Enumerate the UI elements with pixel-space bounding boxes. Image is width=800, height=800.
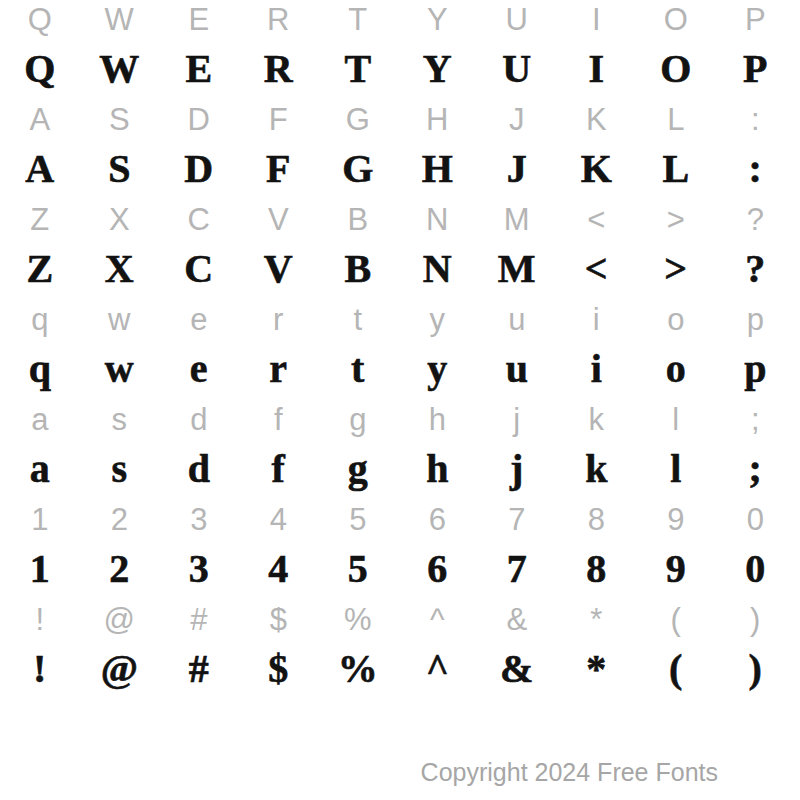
grid-cell-r5c7: M: [477, 194, 557, 244]
grid-cell-r5c10: ?: [716, 194, 796, 244]
grid-cell-r8c8: i: [557, 344, 637, 394]
grid-cell-r4c6: H: [398, 144, 478, 194]
grid-cell-r9c6: h: [398, 394, 478, 444]
grid-cell-r1c7: U: [477, 0, 557, 44]
grid-cell-r3c5: G: [318, 94, 398, 144]
grid-cell-r10c4: f: [239, 444, 319, 494]
grid-cell-r2c2: W: [80, 44, 160, 94]
grid-cell-r13c5: %: [318, 594, 398, 644]
grid-cell-r14c4: $: [239, 644, 319, 694]
grid-cell-r5c1: Z: [0, 194, 80, 244]
grid-cell-r13c3: #: [159, 594, 239, 644]
grid-cell-r3c1: A: [0, 94, 80, 144]
grid-cell-r6c8: <: [557, 244, 637, 294]
grid-cell-r4c1: A: [0, 144, 80, 194]
grid-cell-r14c1: !: [0, 644, 80, 694]
grid-cell-r9c8: k: [557, 394, 637, 444]
grid-cell-r6c6: N: [398, 244, 478, 294]
grid-cell-r5c6: N: [398, 194, 478, 244]
grid-cell-r11c8: 8: [557, 494, 637, 544]
grid-cell-r8c6: y: [398, 344, 478, 394]
grid-cell-r6c9: >: [636, 244, 716, 294]
grid-cell-r3c8: K: [557, 94, 637, 144]
grid-cell-r8c9: o: [636, 344, 716, 394]
copyright-text: Copyright 2024 Free Fonts: [421, 758, 718, 787]
grid-cell-r3c7: J: [477, 94, 557, 144]
grid-cell-r1c4: R: [239, 0, 319, 44]
grid-cell-r7c5: t: [318, 294, 398, 344]
grid-cell-r3c3: D: [159, 94, 239, 144]
grid-cell-r11c10: 0: [716, 494, 796, 544]
grid-cell-r8c3: e: [159, 344, 239, 394]
grid-cell-r1c1: Q: [0, 0, 80, 44]
grid-cell-r1c2: W: [80, 0, 160, 44]
grid-cell-r12c5: 5: [318, 544, 398, 594]
grid-cell-r7c6: y: [398, 294, 478, 344]
grid-cell-r8c5: t: [318, 344, 398, 394]
grid-cell-r2c4: R: [239, 44, 319, 94]
grid-cell-r13c2: @: [80, 594, 160, 644]
grid-cell-r13c4: $: [239, 594, 319, 644]
grid-cell-r14c3: #: [159, 644, 239, 694]
grid-cell-r5c2: X: [80, 194, 160, 244]
grid-cell-r5c9: >: [636, 194, 716, 244]
grid-cell-r1c8: I: [557, 0, 637, 44]
grid-cell-r1c6: Y: [398, 0, 478, 44]
grid-cell-r9c5: g: [318, 394, 398, 444]
grid-cell-r1c9: O: [636, 0, 716, 44]
grid-cell-r13c9: (: [636, 594, 716, 644]
grid-cell-r5c4: V: [239, 194, 319, 244]
grid-cell-r4c3: D: [159, 144, 239, 194]
grid-cell-r11c7: 7: [477, 494, 557, 544]
grid-cell-r1c10: P: [716, 0, 796, 44]
grid-cell-r14c9: (: [636, 644, 716, 694]
grid-cell-r1c5: T: [318, 0, 398, 44]
grid-cell-r3c6: H: [398, 94, 478, 144]
grid-cell-r11c2: 2: [80, 494, 160, 544]
grid-cell-r1c3: E: [159, 0, 239, 44]
grid-cell-r8c10: p: [716, 344, 796, 394]
grid-cell-r8c7: u: [477, 344, 557, 394]
grid-cell-r13c6: ^: [398, 594, 478, 644]
grid-cell-r13c8: *: [557, 594, 637, 644]
grid-cell-r6c4: V: [239, 244, 319, 294]
grid-cell-r2c6: Y: [398, 44, 478, 94]
grid-cell-r11c5: 5: [318, 494, 398, 544]
grid-cell-r2c8: I: [557, 44, 637, 94]
grid-cell-r2c5: T: [318, 44, 398, 94]
grid-cell-r12c3: 3: [159, 544, 239, 594]
grid-cell-r2c10: P: [716, 44, 796, 94]
grid-cell-r6c1: Z: [0, 244, 80, 294]
grid-cell-r10c10: ;: [716, 444, 796, 494]
grid-cell-r6c10: ?: [716, 244, 796, 294]
grid-cell-r9c2: s: [80, 394, 160, 444]
grid-cell-r7c2: w: [80, 294, 160, 344]
grid-cell-r4c9: L: [636, 144, 716, 194]
grid-cell-r2c7: U: [477, 44, 557, 94]
grid-cell-r9c4: f: [239, 394, 319, 444]
grid-cell-r9c9: l: [636, 394, 716, 444]
grid-cell-r12c9: 9: [636, 544, 716, 594]
grid-cell-r12c1: 1: [0, 544, 80, 594]
grid-cell-r7c4: r: [239, 294, 319, 344]
grid-cell-r13c10: ): [716, 594, 796, 644]
grid-cell-r2c3: E: [159, 44, 239, 94]
grid-cell-r7c3: e: [159, 294, 239, 344]
grid-cell-r5c5: B: [318, 194, 398, 244]
grid-cell-r10c5: g: [318, 444, 398, 494]
grid-cell-r3c9: L: [636, 94, 716, 144]
grid-cell-r7c1: q: [0, 294, 80, 344]
grid-cell-r9c10: ;: [716, 394, 796, 444]
grid-cell-r10c1: a: [0, 444, 80, 494]
grid-cell-r7c8: i: [557, 294, 637, 344]
grid-cell-r14c5: %: [318, 644, 398, 694]
grid-cell-r10c7: j: [477, 444, 557, 494]
grid-cell-r9c3: d: [159, 394, 239, 444]
grid-cell-r7c9: o: [636, 294, 716, 344]
grid-cell-r11c9: 9: [636, 494, 716, 544]
grid-cell-r4c4: F: [239, 144, 319, 194]
grid-cell-r14c2: @: [80, 644, 160, 694]
grid-cell-r14c6: ^: [398, 644, 478, 694]
grid-cell-r14c8: *: [557, 644, 637, 694]
grid-cell-r12c4: 4: [239, 544, 319, 594]
grid-cell-r4c5: G: [318, 144, 398, 194]
grid-cell-r13c1: !: [0, 594, 80, 644]
grid-cell-r9c7: j: [477, 394, 557, 444]
grid-cell-r7c10: p: [716, 294, 796, 344]
grid-cell-r10c2: s: [80, 444, 160, 494]
grid-cell-r8c4: r: [239, 344, 319, 394]
grid-cell-r10c6: h: [398, 444, 478, 494]
grid-cell-r11c6: 6: [398, 494, 478, 544]
grid-cell-r5c3: C: [159, 194, 239, 244]
grid-cell-r10c8: k: [557, 444, 637, 494]
grid-cell-r10c3: d: [159, 444, 239, 494]
grid-cell-r2c9: O: [636, 44, 716, 94]
grid-cell-r4c2: S: [80, 144, 160, 194]
grid-cell-r12c8: 8: [557, 544, 637, 594]
grid-cell-r4c8: K: [557, 144, 637, 194]
grid-cell-r3c2: S: [80, 94, 160, 144]
grid-cell-r11c1: 1: [0, 494, 80, 544]
grid-cell-r3c4: F: [239, 94, 319, 144]
grid-cell-r6c3: C: [159, 244, 239, 294]
grid-cell-r10c9: l: [636, 444, 716, 494]
grid-cell-r5c8: <: [557, 194, 637, 244]
grid-cell-r7c7: u: [477, 294, 557, 344]
grid-cell-r4c7: J: [477, 144, 557, 194]
grid-cell-r14c10: ): [716, 644, 796, 694]
grid-cell-r13c7: &: [477, 594, 557, 644]
grid-cell-r11c4: 4: [239, 494, 319, 544]
grid-cell-r12c7: 7: [477, 544, 557, 594]
grid-cell-r14c7: &: [477, 644, 557, 694]
grid-cell-r2c1: Q: [0, 44, 80, 94]
grid-cell-r11c3: 3: [159, 494, 239, 544]
grid-cell-r12c2: 2: [80, 544, 160, 594]
grid-cell-r6c7: M: [477, 244, 557, 294]
character-grid: QWERTYUIOPQWERTYUIOPASDFGHJKL:ASDFGHJKL:…: [0, 0, 795, 694]
grid-cell-r6c2: X: [80, 244, 160, 294]
grid-cell-r8c1: q: [0, 344, 80, 394]
grid-cell-r6c5: B: [318, 244, 398, 294]
grid-cell-r12c6: 6: [398, 544, 478, 594]
grid-cell-r12c10: 0: [716, 544, 796, 594]
grid-cell-r3c10: :: [716, 94, 796, 144]
grid-cell-r9c1: a: [0, 394, 80, 444]
grid-cell-r8c2: w: [80, 344, 160, 394]
grid-cell-r4c10: :: [716, 144, 796, 194]
